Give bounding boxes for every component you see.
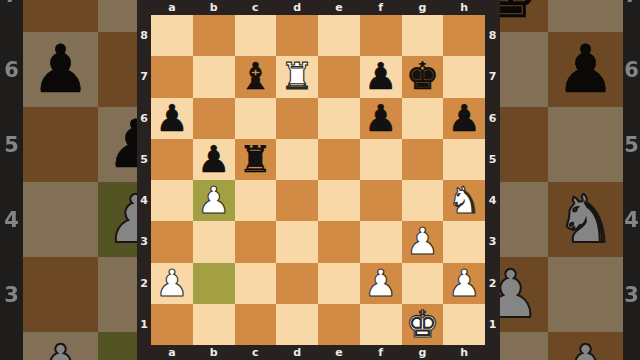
square-h6: ♟ xyxy=(548,32,623,107)
square-b7[interactable] xyxy=(193,56,235,97)
file-label-f: f xyxy=(360,0,402,15)
rank-label-4: 4 xyxy=(485,180,500,221)
square-c8[interactable] xyxy=(235,15,277,56)
file-label-h: h xyxy=(443,0,485,15)
square-f1[interactable] xyxy=(360,304,402,345)
square-b1[interactable] xyxy=(193,304,235,345)
file-labels-top: abcdefgh xyxy=(151,0,485,15)
white-knight-h4[interactable]: ♞ xyxy=(443,180,485,221)
white-pawn-h2: ♟ xyxy=(548,332,623,360)
chessboard-panel: abcdefgh abcdefgh 87654321 87654321 ♝♜♟♚… xyxy=(137,0,500,360)
square-a5 xyxy=(23,107,98,182)
square-f4[interactable] xyxy=(360,180,402,221)
square-a6: ♟ xyxy=(23,32,98,107)
square-d6[interactable] xyxy=(276,98,318,139)
file-label-b: b xyxy=(193,345,235,360)
square-f8[interactable] xyxy=(360,15,402,56)
file-label-c: c xyxy=(235,0,277,15)
square-c5[interactable]: ♜ xyxy=(235,139,277,180)
white-rook-d7[interactable]: ♜ xyxy=(276,56,318,97)
square-a3[interactable] xyxy=(151,221,193,262)
square-h4: ♞ xyxy=(548,182,623,257)
bg-rank-label-3: 3 xyxy=(0,257,23,332)
square-g7[interactable]: ♚ xyxy=(402,56,444,97)
square-e4[interactable] xyxy=(318,180,360,221)
white-pawn-h2[interactable]: ♟ xyxy=(443,263,485,304)
square-g1[interactable]: ♚ xyxy=(402,304,444,345)
square-e2[interactable] xyxy=(318,263,360,304)
square-a4 xyxy=(23,182,98,257)
rank-label-3: 3 xyxy=(137,221,151,262)
rank-label-3: 3 xyxy=(485,221,500,262)
square-d7[interactable]: ♜ xyxy=(276,56,318,97)
square-g5[interactable] xyxy=(402,139,444,180)
square-h2[interactable]: ♟ xyxy=(443,263,485,304)
square-a3 xyxy=(23,257,98,332)
black-pawn-b5[interactable]: ♟ xyxy=(193,139,235,180)
square-a7 xyxy=(23,0,98,32)
square-d2[interactable] xyxy=(276,263,318,304)
white-knight-h4: ♞ xyxy=(548,182,623,257)
black-pawn-h6[interactable]: ♟ xyxy=(443,98,485,139)
square-a7[interactable] xyxy=(151,56,193,97)
square-e3[interactable] xyxy=(318,221,360,262)
background-rank-labels-left: 87654321 xyxy=(0,0,23,360)
file-label-b: b xyxy=(193,0,235,15)
square-d3[interactable] xyxy=(276,221,318,262)
file-label-f: f xyxy=(360,345,402,360)
white-king-g1[interactable]: ♚ xyxy=(402,304,444,345)
black-pawn-f7[interactable]: ♟ xyxy=(360,56,402,97)
square-f7[interactable]: ♟ xyxy=(360,56,402,97)
black-pawn-a6: ♟ xyxy=(23,32,98,107)
white-pawn-g3[interactable]: ♟ xyxy=(402,221,444,262)
square-h1[interactable] xyxy=(443,304,485,345)
square-e6[interactable] xyxy=(318,98,360,139)
square-a2: ♟ xyxy=(23,332,98,360)
rank-labels-right: 87654321 xyxy=(485,15,500,345)
bg-rank-label-6: 6 xyxy=(0,32,23,107)
black-king-g7[interactable]: ♚ xyxy=(402,56,444,97)
bg-rank-label-7: 7 xyxy=(623,0,640,32)
bg-rank-label-7: 7 xyxy=(0,0,23,32)
background-rank-labels-right: 87654321 xyxy=(623,0,640,360)
file-label-e: e xyxy=(318,0,360,15)
square-f3[interactable] xyxy=(360,221,402,262)
square-b2[interactable] xyxy=(193,263,235,304)
black-pawn-a6[interactable]: ♟ xyxy=(151,98,193,139)
bg-rank-label-5: 5 xyxy=(623,107,640,182)
square-g8[interactable] xyxy=(402,15,444,56)
bg-rank-label-6: 6 xyxy=(623,32,640,107)
square-a8[interactable] xyxy=(151,15,193,56)
black-rook-c5[interactable]: ♜ xyxy=(235,139,277,180)
rank-label-1: 1 xyxy=(485,304,500,345)
square-f5[interactable] xyxy=(360,139,402,180)
file-label-g: g xyxy=(402,345,444,360)
square-h6[interactable]: ♟ xyxy=(443,98,485,139)
square-c3[interactable] xyxy=(235,221,277,262)
square-b6[interactable] xyxy=(193,98,235,139)
square-c1[interactable] xyxy=(235,304,277,345)
square-d5[interactable] xyxy=(276,139,318,180)
file-label-a: a xyxy=(151,0,193,15)
square-g2[interactable] xyxy=(402,263,444,304)
file-label-d: d xyxy=(276,345,318,360)
file-label-c: c xyxy=(235,345,277,360)
square-a2[interactable]: ♟ xyxy=(151,263,193,304)
white-pawn-f2[interactable]: ♟ xyxy=(360,263,402,304)
square-e1[interactable] xyxy=(318,304,360,345)
file-label-g: g xyxy=(402,0,444,15)
square-h5[interactable] xyxy=(443,139,485,180)
square-g6[interactable] xyxy=(402,98,444,139)
white-pawn-a2: ♟ xyxy=(23,332,98,360)
square-f2[interactable]: ♟ xyxy=(360,263,402,304)
square-h5 xyxy=(548,107,623,182)
rank-label-1: 1 xyxy=(137,304,151,345)
square-g4[interactable] xyxy=(402,180,444,221)
bg-rank-label-5: 5 xyxy=(0,107,23,182)
chessboard: ♝♜♟♚♟♟♟♟♜♟♞♟♟♟♟♚ xyxy=(151,15,485,345)
black-bishop-c7[interactable]: ♝ xyxy=(235,56,277,97)
square-g3[interactable]: ♟ xyxy=(402,221,444,262)
file-labels-bottom: abcdefgh xyxy=(151,345,485,360)
bg-rank-label-3: 3 xyxy=(623,257,640,332)
square-c6[interactable] xyxy=(235,98,277,139)
square-c4[interactable] xyxy=(235,180,277,221)
rank-label-2: 2 xyxy=(485,263,500,304)
black-pawn-f6[interactable]: ♟ xyxy=(360,98,402,139)
square-h2: ♟ xyxy=(548,332,623,360)
file-label-a: a xyxy=(151,345,193,360)
file-label-d: d xyxy=(276,0,318,15)
square-f6[interactable]: ♟ xyxy=(360,98,402,139)
rank-labels-left: 87654321 xyxy=(137,15,151,345)
square-h4[interactable]: ♞ xyxy=(443,180,485,221)
bg-rank-label-4: 4 xyxy=(0,182,23,257)
rank-label-5: 5 xyxy=(137,139,151,180)
square-h3[interactable] xyxy=(443,221,485,262)
rank-label-7: 7 xyxy=(137,56,151,97)
white-pawn-a2[interactable]: ♟ xyxy=(151,263,193,304)
white-pawn-b4[interactable]: ♟ xyxy=(193,180,235,221)
rank-label-7: 7 xyxy=(485,56,500,97)
rank-label-2: 2 xyxy=(137,263,151,304)
rank-label-5: 5 xyxy=(485,139,500,180)
square-e5[interactable] xyxy=(318,139,360,180)
bg-rank-label-2: 2 xyxy=(623,332,640,360)
bg-rank-label-2: 2 xyxy=(0,332,23,360)
square-h7[interactable] xyxy=(443,56,485,97)
rank-label-4: 4 xyxy=(137,180,151,221)
square-a1[interactable] xyxy=(151,304,193,345)
rank-label-8: 8 xyxy=(137,15,151,56)
black-pawn-h6: ♟ xyxy=(548,32,623,107)
square-e8[interactable] xyxy=(318,15,360,56)
square-h7 xyxy=(548,0,623,32)
square-e7[interactable] xyxy=(318,56,360,97)
square-a4[interactable] xyxy=(151,180,193,221)
bg-rank-label-4: 4 xyxy=(623,182,640,257)
square-a6[interactable]: ♟ xyxy=(151,98,193,139)
square-b4[interactable]: ♟ xyxy=(193,180,235,221)
square-d4[interactable] xyxy=(276,180,318,221)
rank-label-6: 6 xyxy=(137,98,151,139)
square-h3 xyxy=(548,257,623,332)
file-label-h: h xyxy=(443,345,485,360)
file-label-e: e xyxy=(318,345,360,360)
square-b3[interactable] xyxy=(193,221,235,262)
square-d1[interactable] xyxy=(276,304,318,345)
rank-label-8: 8 xyxy=(485,15,500,56)
square-d8[interactable] xyxy=(276,15,318,56)
square-h8[interactable] xyxy=(443,15,485,56)
square-b5[interactable]: ♟ xyxy=(193,139,235,180)
square-a5[interactable] xyxy=(151,139,193,180)
square-b8[interactable] xyxy=(193,15,235,56)
rank-label-6: 6 xyxy=(485,98,500,139)
square-c7[interactable]: ♝ xyxy=(235,56,277,97)
square-c2[interactable] xyxy=(235,263,277,304)
